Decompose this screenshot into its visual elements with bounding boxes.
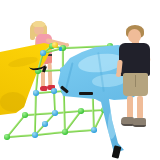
boy-left-leg [127,96,133,119]
fort-rod [36,90,64,94]
boy-shorts-seam [135,75,136,87]
boy-right-shoe [132,118,146,127]
sheet-clip [79,92,93,95]
connector-ball [32,132,38,138]
fort-rod [92,98,95,130]
connector-ball [91,127,97,133]
connector-ball [33,90,39,96]
connector-ball [42,121,48,127]
fort-rod [65,129,94,133]
connector-ball [4,134,10,140]
connector-ball [40,50,46,56]
connector-ball [78,108,84,114]
fort-rod [7,134,35,138]
boy-right-leg [137,96,143,119]
blue-sheet-crease [64,62,73,92]
boy-left-hand [116,72,121,77]
fort-rod [35,131,65,136]
connector-ball [52,42,58,48]
connector-ball [51,88,57,94]
connector-ball [62,129,68,135]
connector-ball [52,110,58,116]
boy-shirt [119,43,150,76]
rail-clip [59,47,62,52]
product-photo [0,0,160,160]
connector-ball [22,112,28,118]
